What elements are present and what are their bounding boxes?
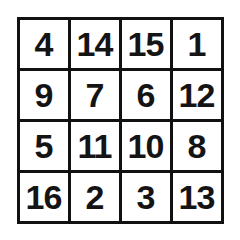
cell-r2c2: 10 [122, 122, 170, 170]
cell-r2c3: 8 [173, 122, 221, 170]
cell-r1c2: 6 [122, 71, 170, 119]
cell-r3c3: 13 [173, 173, 221, 221]
magic-square-board: 4 14 15 1 9 7 6 12 5 11 10 8 16 2 3 13 [17, 17, 224, 224]
cell-r0c1: 14 [71, 20, 119, 68]
cell-r3c0: 16 [20, 173, 68, 221]
cell-r2c0: 5 [20, 122, 68, 170]
cell-r1c0: 9 [20, 71, 68, 119]
cell-r3c1: 2 [71, 173, 119, 221]
cell-r0c2: 15 [122, 20, 170, 68]
cell-r2c1: 11 [71, 122, 119, 170]
cell-r0c3: 1 [173, 20, 221, 68]
cell-r0c0: 4 [20, 20, 68, 68]
cell-r1c3: 12 [173, 71, 221, 119]
cell-r3c2: 3 [122, 173, 170, 221]
cell-r1c1: 7 [71, 71, 119, 119]
